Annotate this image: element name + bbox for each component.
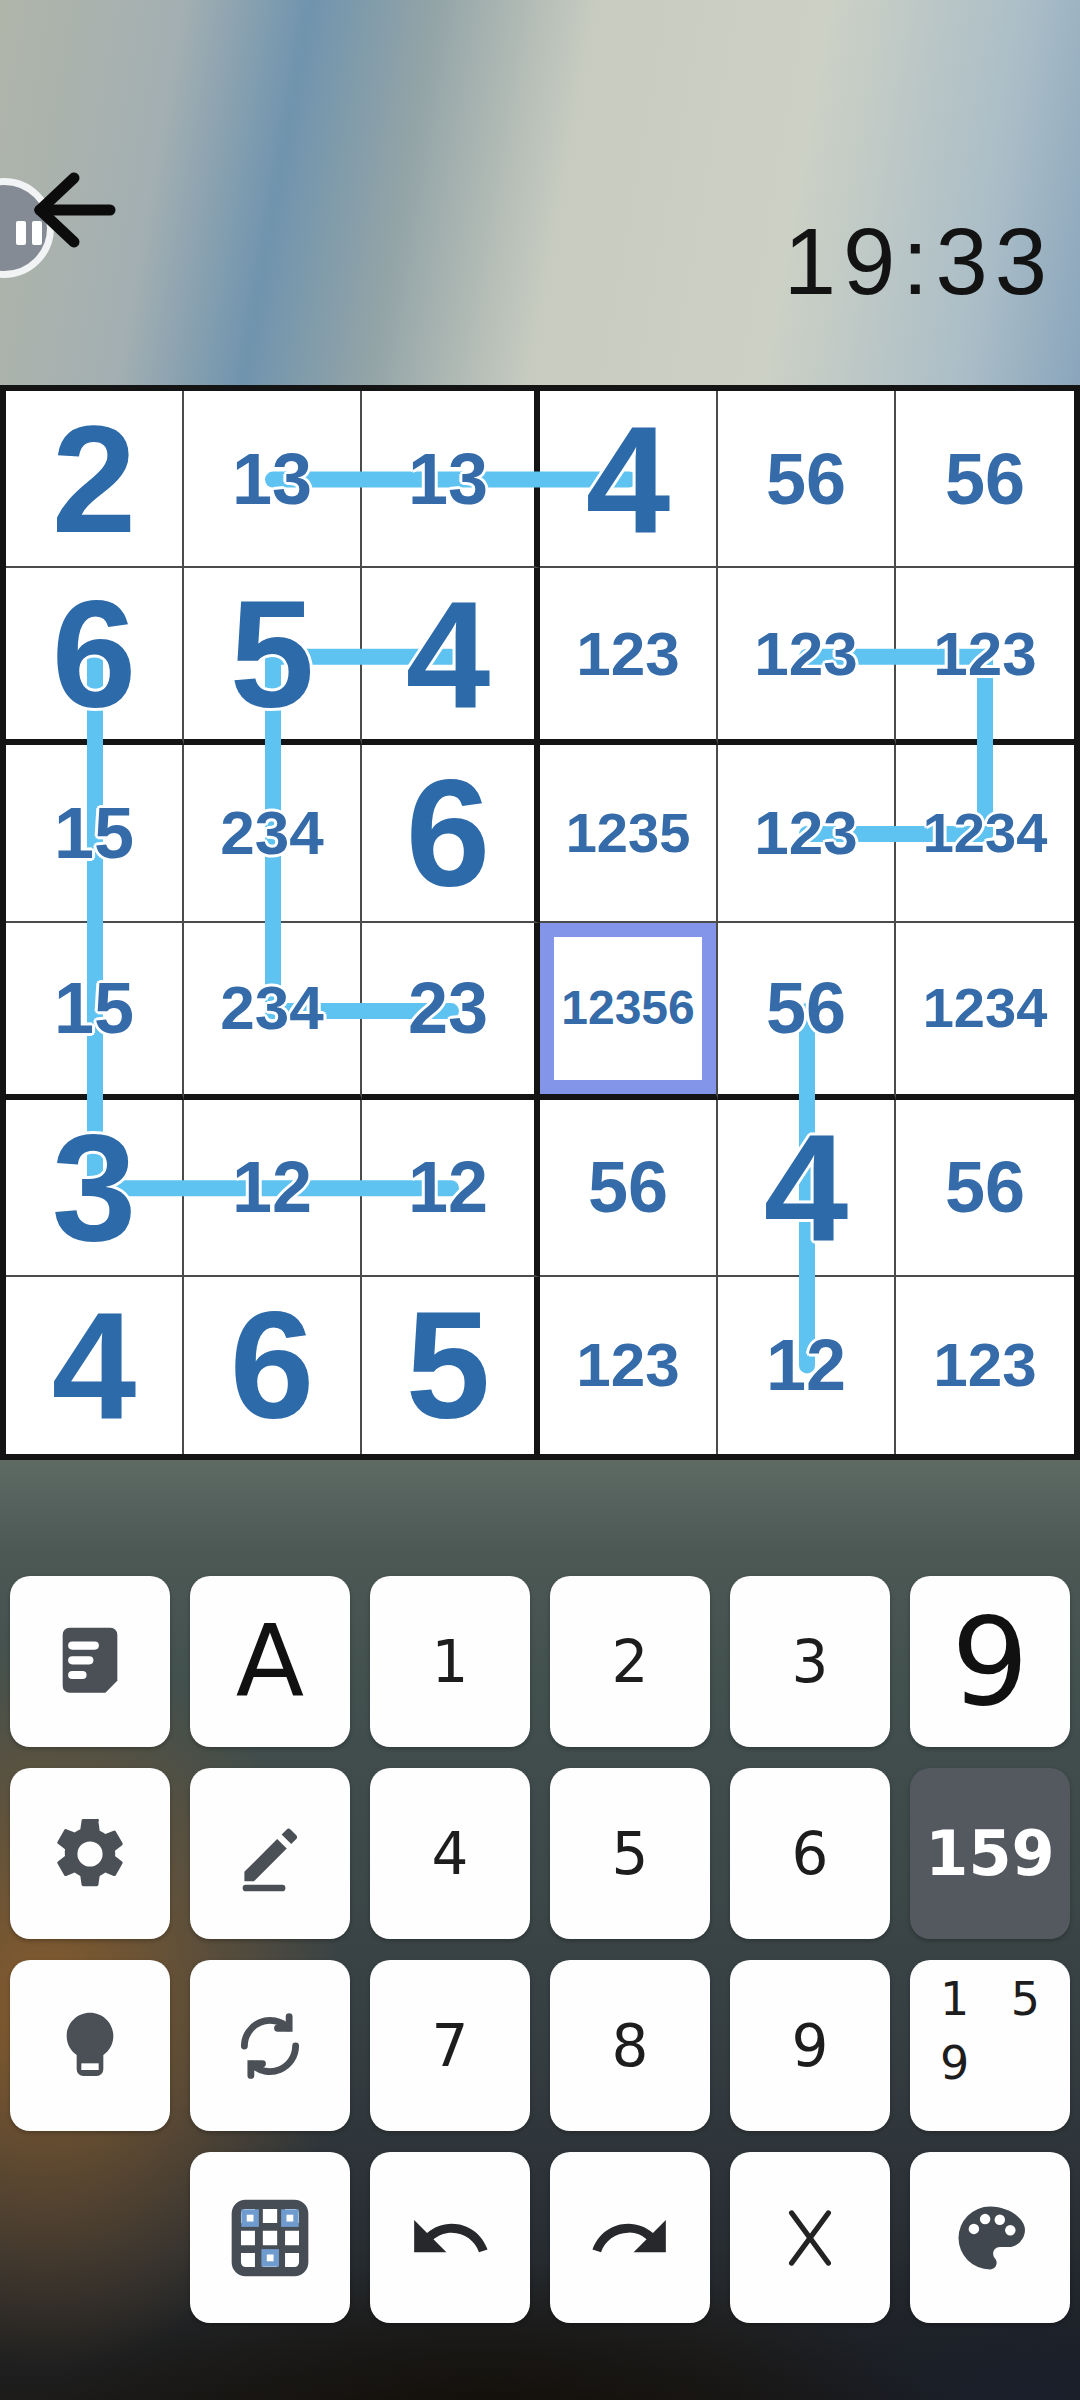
cell-r5c3[interactable]: 12 [362, 1100, 540, 1277]
erase-button[interactable] [730, 2152, 890, 2323]
key-8[interactable]: 8 [550, 1960, 710, 2131]
key-3[interactable]: 3 [730, 1576, 890, 1747]
cell-r6c2[interactable]: 6 [184, 1277, 362, 1454]
key-1[interactable]: 1 [370, 1576, 530, 1747]
notes-button[interactable] [10, 1576, 170, 1747]
keypad-row-4 [0, 2152, 1070, 2323]
cell-r1c3[interactable]: 13 [362, 391, 540, 568]
back-arrow-icon[interactable] [30, 168, 120, 252]
cell-r2c2[interactable]: 5 [184, 568, 362, 745]
settings-button[interactable] [10, 1768, 170, 1939]
undo-button[interactable] [370, 2152, 530, 2323]
grid-icon [227, 2195, 313, 2281]
keypad-row-3: 7 8 9 1 5 9 [0, 1960, 1070, 2131]
key-159-dark[interactable]: 159 [910, 1768, 1070, 1939]
keypad-row-2: 4 5 6 159 [0, 1768, 1070, 1939]
key-big-9[interactable]: 9 [910, 1576, 1070, 1747]
pencil-icon [229, 1813, 311, 1895]
cell-r5c5[interactable]: 4 [718, 1100, 896, 1277]
cell-r3c1[interactable]: 15 [6, 745, 184, 922]
cell-r6c3[interactable]: 5 [362, 1277, 540, 1454]
cell-r1c1[interactable]: 2 [6, 391, 184, 568]
cell-r6c1[interactable]: 4 [6, 1277, 184, 1454]
cell-r5c6[interactable]: 56 [896, 1100, 1074, 1277]
key-7[interactable]: 7 [370, 1960, 530, 2131]
cell-r2c3[interactable]: 4 [362, 568, 540, 745]
pencil-mode-button[interactable] [190, 1768, 350, 1939]
letter-mode-button[interactable]: A [190, 1576, 350, 1747]
cell-r2c1[interactable]: 6 [6, 568, 184, 745]
cell-r4c2[interactable]: 234 [184, 923, 362, 1100]
color-button[interactable] [910, 2152, 1070, 2323]
key-9[interactable]: 9 [730, 1960, 890, 2131]
board-grid: 2 13 13 4 56 56 6 5 4 123 123 123 15 234… [6, 391, 1074, 1454]
cell-r3c2[interactable]: 234 [184, 745, 362, 922]
note-icon [49, 1621, 131, 1703]
bulb-icon [50, 2006, 130, 2086]
cell-r3c4[interactable]: 1235 [540, 745, 718, 922]
key-2[interactable]: 2 [550, 1576, 710, 1747]
cell-r2c6[interactable]: 123 [896, 568, 1074, 745]
hint-button[interactable] [10, 1960, 170, 2131]
game-timer: 19:33 [784, 208, 1054, 316]
candidate-preview-button[interactable]: 1 5 9 [910, 1960, 1070, 2131]
cell-r6c5[interactable]: 12 [718, 1277, 896, 1454]
refresh-icon [229, 2005, 311, 2087]
cell-r4c6[interactable]: 1234 [896, 923, 1074, 1100]
cell-r1c5[interactable]: 56 [718, 391, 896, 568]
keypad: A 1 2 3 9 4 5 6 159 7 8 [0, 1576, 1070, 2323]
background-top [0, 0, 1080, 385]
cell-r3c3[interactable]: 6 [362, 745, 540, 922]
key-4[interactable]: 4 [370, 1768, 530, 1939]
palette-icon [948, 2196, 1032, 2280]
game-screen: 19:33 2 13 13 4 56 56 6 5 4 123 123 123 … [0, 0, 1080, 2400]
cell-r3c6[interactable]: 1234 [896, 745, 1074, 922]
cell-r2c4[interactable]: 123 [540, 568, 718, 745]
undo-icon [407, 2195, 493, 2281]
close-icon [770, 2198, 850, 2278]
cell-r4c3[interactable]: 23 [362, 923, 540, 1100]
cell-r6c4[interactable]: 123 [540, 1277, 718, 1454]
key-5[interactable]: 5 [550, 1768, 710, 1939]
cell-r4c5[interactable]: 56 [718, 923, 896, 1100]
restart-button[interactable] [190, 1960, 350, 2131]
keypad-row-1: A 1 2 3 9 [0, 1576, 1070, 1747]
cell-r4c1[interactable]: 15 [6, 923, 184, 1100]
cell-r3c5[interactable]: 123 [718, 745, 896, 922]
gear-icon [48, 1812, 132, 1896]
redo-button[interactable] [550, 2152, 710, 2323]
cell-r1c6[interactable]: 56 [896, 391, 1074, 568]
cell-r1c4[interactable]: 4 [540, 391, 718, 568]
redo-icon [587, 2195, 673, 2281]
cell-r5c4[interactable]: 56 [540, 1100, 718, 1277]
cell-r5c1[interactable]: 3 [6, 1100, 184, 1277]
grid-view-button[interactable] [190, 2152, 350, 2323]
cell-r6c6[interactable]: 123 [896, 1277, 1074, 1454]
cell-r4c4-selected[interactable]: 12356 [540, 923, 718, 1100]
key-6[interactable]: 6 [730, 1768, 890, 1939]
cell-r2c5[interactable]: 123 [718, 568, 896, 745]
cell-r5c2[interactable]: 12 [184, 1100, 362, 1277]
sudoku-board: 2 13 13 4 56 56 6 5 4 123 123 123 15 234… [0, 385, 1080, 1460]
cell-r1c2[interactable]: 13 [184, 391, 362, 568]
